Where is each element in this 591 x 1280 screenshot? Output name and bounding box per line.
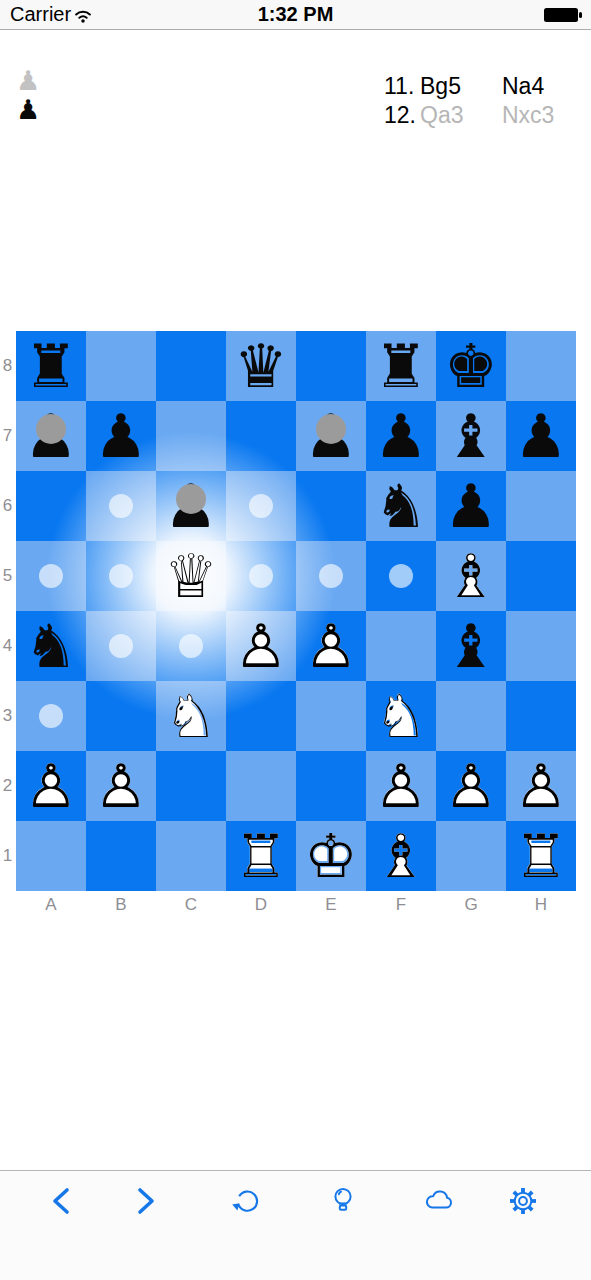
square-d5[interactable] bbox=[226, 541, 296, 611]
white-bishop-outline: ♗ bbox=[436, 541, 506, 611]
square-a3[interactable] bbox=[16, 681, 86, 751]
square-c3[interactable]: ♞♘ bbox=[156, 681, 226, 751]
legal-move-dot bbox=[389, 564, 413, 588]
square-e5[interactable] bbox=[296, 541, 366, 611]
square-a4[interactable]: ♞ bbox=[16, 611, 86, 681]
square-g3[interactable] bbox=[436, 681, 506, 751]
hint-button[interactable] bbox=[321, 1179, 365, 1223]
black-pawn[interactable]: ♟ bbox=[366, 401, 436, 471]
square-f7[interactable]: ♟ bbox=[366, 401, 436, 471]
capture-target-dot bbox=[176, 484, 206, 514]
black-king[interactable]: ♚ bbox=[436, 331, 506, 401]
chevron-back-icon bbox=[44, 1183, 80, 1219]
battery-icon bbox=[543, 7, 583, 27]
square-e4[interactable]: ♟♙ bbox=[296, 611, 366, 681]
rotate-board-button[interactable] bbox=[225, 1179, 269, 1223]
square-g5[interactable]: ♝♗ bbox=[436, 541, 506, 611]
app-screen: Carrier 1:32 PM ♟ ♟ 11. Bg5 Na4 12. Qa3 … bbox=[0, 0, 591, 1280]
square-e1[interactable]: ♚♔ bbox=[296, 821, 366, 891]
square-f6[interactable]: ♞ bbox=[366, 471, 436, 541]
square-h5[interactable] bbox=[506, 541, 576, 611]
square-c6[interactable]: ♟ bbox=[156, 471, 226, 541]
white-rook-outline: ♖ bbox=[226, 821, 296, 891]
white-king-outline: ♔ bbox=[296, 821, 366, 891]
white-move-san[interactable]: Qa3 bbox=[420, 101, 463, 129]
square-d7[interactable] bbox=[226, 401, 296, 471]
square-d6[interactable] bbox=[226, 471, 296, 541]
file-label-a: A bbox=[16, 893, 86, 917]
black-queen[interactable]: ♛ bbox=[226, 331, 296, 401]
square-e2[interactable] bbox=[296, 751, 366, 821]
square-f2[interactable]: ♟♙ bbox=[366, 751, 436, 821]
white-pawn-outline: ♙ bbox=[296, 611, 366, 681]
black-bishop[interactable]: ♝ bbox=[436, 401, 506, 471]
legal-move-dot bbox=[109, 494, 133, 518]
square-b2[interactable]: ♟♙ bbox=[86, 751, 156, 821]
black-rook[interactable]: ♜ bbox=[366, 331, 436, 401]
file-label-c: C bbox=[156, 893, 226, 917]
legal-move-dot bbox=[109, 564, 133, 588]
square-b5[interactable] bbox=[86, 541, 156, 611]
legal-move-dot bbox=[39, 564, 63, 588]
gear-icon bbox=[505, 1183, 541, 1219]
black-pawn[interactable]: ♟ bbox=[86, 401, 156, 471]
lightbulb-icon bbox=[325, 1183, 361, 1219]
file-label-g: G bbox=[436, 893, 506, 917]
square-a6[interactable] bbox=[16, 471, 86, 541]
square-f3[interactable]: ♞♘ bbox=[366, 681, 436, 751]
white-bishop-outline: ♗ bbox=[366, 821, 436, 891]
legal-move-dot bbox=[109, 634, 133, 658]
legal-move-dot bbox=[249, 494, 273, 518]
black-bishop[interactable]: ♝ bbox=[436, 611, 506, 681]
square-h2[interactable]: ♟♙ bbox=[506, 751, 576, 821]
square-f8[interactable]: ♜ bbox=[366, 331, 436, 401]
square-g8[interactable]: ♚ bbox=[436, 331, 506, 401]
file-label-h: H bbox=[506, 893, 576, 917]
back-move-button[interactable] bbox=[40, 1179, 84, 1223]
rank-label-8: 8 bbox=[1, 331, 14, 401]
status-bar: Carrier 1:32 PM bbox=[0, 0, 591, 30]
square-f5[interactable] bbox=[366, 541, 436, 611]
file-label-b: B bbox=[86, 893, 156, 917]
white-pawn-outline: ♙ bbox=[226, 611, 296, 681]
white-knight-outline: ♘ bbox=[156, 681, 226, 751]
forward-move-button[interactable] bbox=[123, 1179, 167, 1223]
rank-label-7: 7 bbox=[1, 401, 14, 471]
chess-board: ♜♛♜♚♟♟♟♟♝♟♟♞♟♛♕♝♗♞♟♙♟♙♝♞♘♞♘♟♙♟♙♟♙♟♙♟♙♜♖♚… bbox=[16, 331, 576, 891]
square-e3[interactable] bbox=[296, 681, 366, 751]
rank-label-5: 5 bbox=[1, 541, 14, 611]
square-g6[interactable]: ♟ bbox=[436, 471, 506, 541]
square-c2[interactable] bbox=[156, 751, 226, 821]
black-knight[interactable]: ♞ bbox=[366, 471, 436, 541]
legal-move-dot bbox=[179, 634, 203, 658]
black-pawn[interactable]: ♟ bbox=[506, 401, 576, 471]
cloud-sync-button[interactable] bbox=[418, 1179, 462, 1223]
white-pawn-outline: ♙ bbox=[16, 751, 86, 821]
white-pawn-outline: ♙ bbox=[436, 751, 506, 821]
square-c1[interactable] bbox=[156, 821, 226, 891]
square-h8[interactable] bbox=[506, 331, 576, 401]
square-b6[interactable] bbox=[86, 471, 156, 541]
square-h3[interactable] bbox=[506, 681, 576, 751]
square-d1[interactable]: ♜♖ bbox=[226, 821, 296, 891]
file-label-e: E bbox=[296, 893, 366, 917]
capture-target-dot bbox=[316, 414, 346, 444]
square-d8[interactable]: ♛ bbox=[226, 331, 296, 401]
square-e6[interactable] bbox=[296, 471, 366, 541]
square-a2[interactable]: ♟♙ bbox=[16, 751, 86, 821]
square-h7[interactable]: ♟ bbox=[506, 401, 576, 471]
white-pawn-outline: ♙ bbox=[506, 751, 576, 821]
square-g1[interactable] bbox=[436, 821, 506, 891]
rank-labels: 87654321 bbox=[1, 331, 14, 891]
square-c4[interactable] bbox=[156, 611, 226, 681]
file-labels: ABCDEFGH bbox=[16, 893, 576, 917]
square-d2[interactable] bbox=[226, 751, 296, 821]
square-c8[interactable] bbox=[156, 331, 226, 401]
move-row-12[interactable]: 12. Qa3 Nxc3 bbox=[0, 101, 591, 129]
white-knight-outline: ♘ bbox=[366, 681, 436, 751]
square-h6[interactable] bbox=[506, 471, 576, 541]
cloud-icon bbox=[421, 1183, 459, 1219]
square-b1[interactable] bbox=[86, 821, 156, 891]
move-number: 11. bbox=[384, 72, 414, 100]
file-label-d: D bbox=[226, 893, 296, 917]
rank-label-4: 4 bbox=[1, 611, 14, 681]
white-move-san[interactable]: Bg5 bbox=[420, 72, 461, 100]
square-e8[interactable] bbox=[296, 331, 366, 401]
white-pawn-outline: ♙ bbox=[86, 751, 156, 821]
black-move-san[interactable]: Na4 bbox=[502, 72, 544, 100]
square-a5[interactable] bbox=[16, 541, 86, 611]
white-pawn-outline: ♙ bbox=[366, 751, 436, 821]
black-move-san[interactable]: Nxc3 bbox=[502, 101, 554, 129]
square-g4[interactable]: ♝ bbox=[436, 611, 506, 681]
square-c7[interactable] bbox=[156, 401, 226, 471]
square-h1[interactable]: ♜♖ bbox=[506, 821, 576, 891]
chevron-forward-icon bbox=[127, 1183, 163, 1219]
rank-label-1: 1 bbox=[1, 821, 14, 891]
move-row-11[interactable]: 11. Bg5 Na4 bbox=[0, 72, 591, 100]
square-c5[interactable]: ♛♕ bbox=[156, 541, 226, 611]
capture-target-dot bbox=[36, 414, 66, 444]
board-area: 87654321 ♜♛♜♚♟♟♟♟♝♟♟♞♟♛♕♝♗♞♟♙♟♙♝♞♘♞♘♟♙♟♙… bbox=[16, 331, 576, 891]
square-b3[interactable] bbox=[86, 681, 156, 751]
square-g7[interactable]: ♝ bbox=[436, 401, 506, 471]
move-number: 12. bbox=[384, 101, 416, 129]
rotate-icon bbox=[229, 1183, 265, 1219]
black-pawn[interactable]: ♟ bbox=[436, 471, 506, 541]
legal-move-dot bbox=[319, 564, 343, 588]
square-f1[interactable]: ♝♗ bbox=[366, 821, 436, 891]
rank-label-3: 3 bbox=[1, 681, 14, 751]
square-d3[interactable] bbox=[226, 681, 296, 751]
bottom-toolbar bbox=[0, 1170, 591, 1280]
square-g2[interactable]: ♟♙ bbox=[436, 751, 506, 821]
black-knight[interactable]: ♞ bbox=[16, 611, 86, 681]
square-h4[interactable] bbox=[506, 611, 576, 681]
settings-button[interactable] bbox=[501, 1179, 545, 1223]
square-d4[interactable]: ♟♙ bbox=[226, 611, 296, 681]
square-a1[interactable] bbox=[16, 821, 86, 891]
square-b4[interactable] bbox=[86, 611, 156, 681]
square-e7[interactable]: ♟ bbox=[296, 401, 366, 471]
file-label-f: F bbox=[366, 893, 436, 917]
legal-move-dot bbox=[249, 564, 273, 588]
square-b8[interactable] bbox=[86, 331, 156, 401]
white-rook-outline: ♖ bbox=[506, 821, 576, 891]
white-queen-outline: ♕ bbox=[156, 541, 226, 611]
square-a8[interactable]: ♜ bbox=[16, 331, 86, 401]
square-b7[interactable]: ♟ bbox=[86, 401, 156, 471]
black-rook[interactable]: ♜ bbox=[16, 331, 86, 401]
rank-label-6: 6 bbox=[1, 471, 14, 541]
square-a7[interactable]: ♟ bbox=[16, 401, 86, 471]
clock-label: 1:32 PM bbox=[0, 0, 591, 29]
rank-label-2: 2 bbox=[1, 751, 14, 821]
legal-move-dot bbox=[39, 704, 63, 728]
square-f4[interactable] bbox=[366, 611, 436, 681]
